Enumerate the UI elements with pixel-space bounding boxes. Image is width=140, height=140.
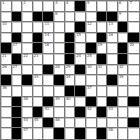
answer-cell-r8c5[interactable] (43, 75, 54, 86)
answer-cell-r12c4[interactable]: 45 (33, 118, 44, 129)
clue-number: 31 (98, 65, 103, 69)
block-cell-r2c4 (33, 12, 44, 23)
clue-number: 19 (98, 43, 103, 47)
answer-cell-r10c8[interactable] (75, 97, 86, 108)
answer-cell-r9c9[interactable]: 37 (86, 86, 97, 97)
answer-cell-r5c5[interactable]: 18 (43, 43, 54, 54)
block-cell-r7c5 (43, 65, 54, 76)
answer-cell-r6c6[interactable] (54, 54, 65, 65)
block-cell-r1c8 (75, 1, 86, 12)
clue-number: 2 (23, 1, 25, 5)
clue-number: 36 (2, 86, 7, 90)
clue-number: 45 (34, 118, 39, 122)
answer-cell-r5c11[interactable] (107, 43, 118, 54)
answer-cell-r9c1[interactable]: 36 (1, 86, 12, 97)
answer-cell-r11c1[interactable] (1, 107, 12, 118)
answer-cell-r11c6[interactable] (54, 107, 65, 118)
block-cell-r13c6 (54, 128, 65, 139)
answer-cell-r7c13[interactable] (128, 65, 139, 76)
block-cell-r2c11 (107, 12, 118, 23)
answer-cell-r9c10[interactable] (97, 86, 108, 97)
answer-cell-r3c10[interactable] (97, 22, 108, 33)
answer-cell-r2c3[interactable] (22, 12, 33, 23)
answer-cell-r6c4[interactable]: 23 (33, 54, 44, 65)
block-cell-r8c1 (1, 75, 12, 86)
block-cell-r8c3 (22, 75, 33, 86)
answer-cell-r9c13[interactable] (128, 86, 139, 97)
answer-cell-r13c1[interactable] (1, 128, 12, 139)
answer-cell-r7c1[interactable]: 26 (1, 65, 12, 76)
answer-cell-r5c10[interactable]: 19 (97, 43, 108, 54)
answer-cell-r7c10[interactable]: 31 (97, 65, 108, 76)
clue-number: 30 (87, 65, 92, 69)
clue-number: 7 (129, 1, 131, 5)
block-cell-r5c4 (33, 43, 44, 54)
answer-cell-r12c12[interactable] (118, 118, 129, 129)
answer-cell-r6c13[interactable] (128, 54, 139, 65)
clue-number: 23 (34, 54, 39, 58)
clue-number: 38 (23, 97, 28, 101)
block-cell-r13c8 (75, 128, 86, 139)
answer-cell-r8c13[interactable] (128, 75, 139, 86)
block-cell-r10c2 (12, 97, 23, 108)
answer-cell-r9c3[interactable] (22, 86, 33, 97)
answer-cell-r9c2[interactable] (12, 86, 23, 97)
answer-cell-r11c13[interactable] (128, 107, 139, 118)
answer-cell-r6c1[interactable]: 21 (1, 54, 12, 65)
answer-cell-r3c5[interactable]: 11 (43, 22, 54, 33)
block-cell-r10c5 (43, 97, 54, 108)
answer-cell-r10c6[interactable]: 39 (54, 97, 65, 108)
block-cell-r5c7 (65, 43, 76, 54)
clue-number: 11 (44, 22, 49, 26)
block-cell-r11c8 (75, 107, 86, 118)
answer-cell-r8c2[interactable] (12, 75, 23, 86)
answer-cell-r2c9[interactable] (86, 12, 97, 23)
clue-number: 17 (13, 43, 18, 47)
clue-number: 15 (76, 33, 81, 37)
answer-cell-r2c7[interactable] (65, 12, 76, 23)
block-cell-r4c10 (97, 33, 108, 44)
answer-cell-r5c3[interactable] (22, 43, 33, 54)
answer-cell-r3c2[interactable] (12, 22, 23, 33)
clue-number: 6 (119, 1, 121, 5)
answer-cell-r2c12[interactable]: 9 (118, 12, 129, 23)
answer-cell-r10c4[interactable] (33, 97, 44, 108)
answer-cell-r13c4[interactable] (33, 128, 44, 139)
clue-number: 39 (55, 97, 60, 101)
answer-cell-r7c7[interactable]: 29 (65, 65, 76, 76)
answer-cell-r5c8[interactable] (75, 43, 86, 54)
block-cell-r8c11 (107, 75, 118, 86)
block-cell-r5c9 (86, 43, 97, 54)
block-cell-r12c2 (12, 118, 23, 129)
answer-cell-r10c12[interactable] (118, 97, 129, 108)
answer-cell-r1c11[interactable] (107, 1, 118, 12)
answer-cell-r7c2[interactable]: 27 (12, 65, 23, 76)
answer-cell-r13c7[interactable] (65, 128, 76, 139)
answer-cell-r12c9[interactable] (86, 118, 97, 129)
answer-cell-r1c2[interactable] (12, 1, 23, 12)
clue-number: 9 (119, 12, 121, 16)
answer-cell-r6c11[interactable] (107, 54, 118, 65)
block-cell-r4c7 (65, 33, 76, 44)
clue-number: 1 (2, 1, 4, 5)
answer-cell-r1c7[interactable]: 4 (65, 1, 76, 12)
answer-cell-r3c4[interactable] (33, 22, 44, 33)
answer-cell-r5c6[interactable] (54, 43, 65, 54)
answer-cell-r9c5[interactable] (43, 86, 54, 97)
clue-number: 28 (55, 65, 60, 69)
clue-number: 35 (119, 75, 124, 79)
answer-cell-r1c10[interactable] (97, 1, 108, 12)
clue-number: 16 (108, 33, 113, 37)
answer-cell-r4c6[interactable] (54, 33, 65, 44)
answer-cell-r7c6[interactable]: 28 (54, 65, 65, 76)
answer-cell-r1c6[interactable]: 3 (54, 1, 65, 12)
answer-cell-r1c1[interactable]: 1 (1, 1, 12, 12)
block-cell-r4c13 (128, 33, 139, 44)
answer-cell-r6c9[interactable]: 25 (86, 54, 97, 65)
answer-cell-r4c5[interactable]: 14 (43, 33, 54, 44)
answer-cell-r6c3[interactable]: 22 (22, 54, 33, 65)
clue-number: 47 (23, 128, 28, 132)
answer-cell-r1c4[interactable] (33, 1, 44, 12)
clue-number: 37 (87, 86, 92, 90)
answer-cell-r12c6[interactable]: 46 (54, 118, 65, 129)
clue-number: 40 (66, 97, 71, 101)
answer-cell-r3c13[interactable] (128, 22, 139, 33)
answer-cell-r8c7[interactable]: 34 (65, 75, 76, 86)
block-cell-r10c9 (86, 97, 97, 108)
block-cell-r4c4 (33, 33, 44, 44)
answer-cell-r9c11[interactable] (107, 86, 118, 97)
block-cell-r6c10 (97, 54, 108, 65)
clue-number: 32 (119, 65, 124, 69)
clue-number: 41 (44, 107, 49, 111)
clue-number: 10 (2, 22, 7, 26)
answer-cell-r13c5[interactable] (43, 128, 54, 139)
answer-cell-r11c5[interactable]: 41 (43, 107, 54, 118)
answer-cell-r4c1[interactable] (1, 33, 12, 44)
block-cell-r7c8 (75, 65, 86, 76)
answer-cell-r8c9[interactable] (86, 75, 97, 86)
answer-cell-r13c3[interactable]: 47 (22, 128, 33, 139)
answer-cell-r12c10[interactable] (97, 118, 108, 129)
clue-number: 20 (129, 43, 134, 47)
answer-cell-r11c3[interactable] (22, 107, 33, 118)
clue-number: 24 (76, 54, 81, 58)
answer-cell-r12c8[interactable] (75, 118, 86, 129)
answer-cell-r13c13[interactable] (128, 128, 139, 139)
answer-cell-r7c11[interactable] (107, 65, 118, 76)
block-cell-r3c8 (75, 22, 86, 33)
answer-cell-r13c11[interactable]: 48 (107, 128, 118, 139)
block-cell-r2c5 (43, 12, 54, 23)
answer-cell-r2c1[interactable] (1, 12, 12, 23)
clue-number: 25 (87, 54, 92, 58)
answer-cell-r3c11[interactable]: 13 (107, 22, 118, 33)
answer-cell-r3c9[interactable]: 12 (86, 22, 97, 33)
clue-number: 42 (87, 107, 92, 111)
answer-cell-r10c10[interactable] (97, 97, 108, 108)
clue-number: 5 (87, 1, 89, 5)
answer-cell-r10c7[interactable]: 40 (65, 97, 76, 108)
answer-cell-r8c10[interactable] (97, 75, 108, 86)
answer-cell-r1c5[interactable] (43, 1, 54, 12)
answer-cell-r7c12[interactable]: 32 (118, 65, 129, 76)
answer-cell-r5c13[interactable]: 20 (128, 43, 139, 54)
block-cell-r3c12 (118, 22, 129, 33)
block-cell-r4c2 (12, 33, 23, 44)
clue-number: 46 (55, 118, 60, 122)
clue-number: 3 (55, 1, 57, 5)
clue-number: 13 (108, 22, 113, 26)
clue-number: 29 (66, 65, 71, 69)
answer-cell-r13c9[interactable] (86, 128, 97, 139)
clue-number: 14 (44, 33, 49, 37)
block-cell-r12c13 (128, 118, 139, 129)
clue-number: 26 (2, 65, 7, 69)
block-cell-r2c10 (97, 12, 108, 23)
answer-cell-r8c8[interactable] (75, 75, 86, 86)
answer-cell-r12c3[interactable]: 44 (22, 118, 33, 129)
answer-cell-r4c12[interactable] (118, 33, 129, 44)
block-cell-r11c10 (97, 107, 108, 118)
block-cell-r5c12 (118, 43, 129, 54)
block-cell-r13c10 (97, 128, 108, 139)
clue-number: 48 (108, 128, 113, 132)
answer-cell-r12c1[interactable] (1, 118, 12, 129)
clue-number: 34 (66, 75, 71, 79)
clue-number: 18 (44, 43, 49, 47)
answer-cell-r3c3[interactable] (22, 22, 33, 33)
block-cell-r2c2 (12, 12, 23, 23)
answer-cell-r11c12[interactable] (118, 107, 129, 118)
block-cell-r12c5 (43, 118, 54, 129)
answer-cell-r8c12[interactable]: 35 (118, 75, 129, 86)
answer-cell-r10c3[interactable]: 38 (22, 97, 33, 108)
block-cell-r9c8 (75, 86, 86, 97)
answer-cell-r7c4[interactable] (33, 65, 44, 76)
block-cell-r9c7 (65, 86, 76, 97)
answer-cell-r7c9[interactable]: 30 (86, 65, 97, 76)
answer-cell-r10c1[interactable] (1, 97, 12, 108)
answer-cell-r11c7[interactable] (65, 107, 76, 118)
block-cell-r11c4 (33, 107, 44, 118)
answer-cell-r4c8[interactable]: 15 (75, 33, 86, 44)
answer-cell-r4c3[interactable] (22, 33, 33, 44)
answer-cell-r9c12[interactable] (118, 86, 129, 97)
answer-cell-r2c6[interactable]: 8 (54, 12, 65, 23)
block-cell-r6c2 (12, 54, 23, 65)
clue-number: 43 (108, 107, 113, 111)
block-cell-r8c6 (54, 75, 65, 86)
answer-cell-r4c9[interactable] (86, 33, 97, 44)
answer-cell-r1c9[interactable]: 5 (86, 1, 97, 12)
answer-cell-r5c2[interactable]: 17 (12, 43, 23, 54)
answer-cell-r12c7[interactable] (65, 118, 76, 129)
answer-cell-r3c1[interactable]: 10 (1, 22, 12, 33)
clue-number: 12 (87, 22, 92, 26)
answer-cell-r11c11[interactable]: 43 (107, 107, 118, 118)
clue-number: 33 (34, 75, 39, 79)
clue-number: 44 (23, 118, 28, 122)
answer-cell-r12c11[interactable] (107, 118, 118, 129)
answer-cell-r13c12[interactable] (118, 128, 129, 139)
clue-number: 8 (55, 12, 57, 16)
answer-cell-r11c9[interactable]: 42 (86, 107, 97, 118)
answer-cell-r2c13[interactable] (128, 12, 139, 23)
block-cell-r11c2 (12, 107, 23, 118)
answer-cell-r1c3[interactable]: 2 (22, 1, 33, 12)
answer-cell-r1c12[interactable]: 6 (118, 1, 129, 12)
answer-cell-r6c5[interactable] (43, 54, 54, 65)
answer-cell-r4c11[interactable]: 16 (107, 33, 118, 44)
answer-cell-r3c6[interactable] (54, 22, 65, 33)
block-cell-r6c7 (65, 54, 76, 65)
answer-cell-r3c7[interactable] (65, 22, 76, 33)
clue-number: 4 (66, 1, 68, 5)
answer-cell-r9c4[interactable] (33, 86, 44, 97)
clue-number: 22 (23, 54, 28, 58)
answer-cell-r9c6[interactable] (54, 86, 65, 97)
block-cell-r10c13 (128, 97, 139, 108)
block-cell-r10c11 (107, 97, 118, 108)
block-cell-r5c1 (1, 43, 12, 54)
answer-cell-r7c3[interactable] (22, 65, 33, 76)
clue-number: 21 (2, 54, 7, 58)
block-cell-r13c2 (12, 128, 23, 139)
answer-cell-r2c8[interactable] (75, 12, 86, 23)
answer-cell-r1c13[interactable]: 7 (128, 1, 139, 12)
answer-cell-r8c4[interactable]: 33 (33, 75, 44, 86)
clue-number: 27 (13, 65, 18, 69)
crossword-grid: 1234567891011121314151617181920212223242… (0, 0, 140, 140)
block-cell-r6c12 (118, 54, 129, 65)
answer-cell-r6c8[interactable]: 24 (75, 54, 86, 65)
